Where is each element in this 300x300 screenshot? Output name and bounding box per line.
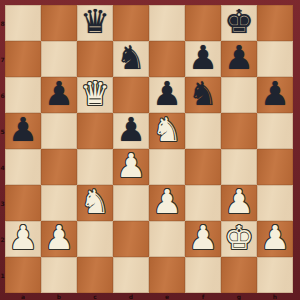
file-label-c: c xyxy=(77,293,113,300)
square-a8 xyxy=(5,5,41,41)
piece-black-queen-c8: ♛ xyxy=(80,4,110,40)
square-f3 xyxy=(185,185,221,221)
square-b8 xyxy=(41,5,77,41)
square-d5: ♟ xyxy=(113,113,149,149)
square-d2 xyxy=(113,221,149,257)
square-f4 xyxy=(185,149,221,185)
piece-black-knight-d7: ♞ xyxy=(116,40,146,76)
square-c8: ♛ xyxy=(77,5,113,41)
square-a5: ♟ xyxy=(5,113,41,149)
rank-label-1: 1 xyxy=(0,257,5,293)
square-e3: ♟ xyxy=(149,185,185,221)
piece-white-pawn-e3: ♟ xyxy=(152,184,182,220)
square-g1 xyxy=(221,257,257,293)
square-d1 xyxy=(113,257,149,293)
square-c3: ♞ xyxy=(77,185,113,221)
square-f1 xyxy=(185,257,221,293)
square-d6 xyxy=(113,77,149,113)
square-e7 xyxy=(149,41,185,77)
square-g2: ♚ xyxy=(221,221,257,257)
square-e2 xyxy=(149,221,185,257)
square-h7 xyxy=(257,41,293,77)
file-label-a: a xyxy=(5,293,41,300)
square-h6: ♟ xyxy=(257,77,293,113)
square-f7: ♟ xyxy=(185,41,221,77)
square-g3: ♟ xyxy=(221,185,257,221)
square-g6 xyxy=(221,77,257,113)
piece-white-pawn-a2: ♟ xyxy=(8,220,38,256)
square-d4: ♟ xyxy=(113,149,149,185)
piece-white-king-g2: ♚ xyxy=(224,220,254,256)
square-a2: ♟ xyxy=(5,221,41,257)
square-b1 xyxy=(41,257,77,293)
square-d7: ♞ xyxy=(113,41,149,77)
square-a4 xyxy=(5,149,41,185)
square-e6: ♟ xyxy=(149,77,185,113)
rank-label-8: 8 xyxy=(0,5,5,41)
square-a6 xyxy=(5,77,41,113)
square-a7 xyxy=(5,41,41,77)
file-label-b: b xyxy=(41,293,77,300)
piece-white-pawn-f2: ♟ xyxy=(188,220,218,256)
square-c1 xyxy=(77,257,113,293)
file-label-h: h xyxy=(257,293,293,300)
rank-label-6: 6 xyxy=(0,77,5,113)
square-b3 xyxy=(41,185,77,221)
square-b4 xyxy=(41,149,77,185)
square-e4 xyxy=(149,149,185,185)
square-c2 xyxy=(77,221,113,257)
piece-black-pawn-e6: ♟ xyxy=(152,76,182,112)
piece-white-pawn-b2: ♟ xyxy=(44,220,74,256)
file-label-f: f xyxy=(185,293,221,300)
square-e8 xyxy=(149,5,185,41)
square-a1 xyxy=(5,257,41,293)
square-c4 xyxy=(77,149,113,185)
piece-black-knight-f6: ♞ xyxy=(188,76,218,112)
piece-white-knight-e5: ♞ xyxy=(152,112,182,148)
piece-white-pawn-h2: ♟ xyxy=(260,220,290,256)
chess-board: ♛♚♞♟♟♟♛♟♞♟♟♟♞♟♞♟♟♟♟♟♚♟ xyxy=(5,5,293,293)
square-f8 xyxy=(185,5,221,41)
square-e5: ♞ xyxy=(149,113,185,149)
piece-white-pawn-g3: ♟ xyxy=(224,184,254,220)
piece-black-king-g8: ♚ xyxy=(224,4,254,40)
square-g5 xyxy=(221,113,257,149)
piece-black-pawn-b6: ♟ xyxy=(44,76,74,112)
square-c6: ♛ xyxy=(77,77,113,113)
file-label-d: d xyxy=(113,293,149,300)
square-h2: ♟ xyxy=(257,221,293,257)
rank-label-2: 2 xyxy=(0,221,5,257)
piece-black-pawn-f7: ♟ xyxy=(188,40,218,76)
piece-black-pawn-d5: ♟ xyxy=(116,112,146,148)
square-c7 xyxy=(77,41,113,77)
square-b7 xyxy=(41,41,77,77)
piece-black-pawn-a5: ♟ xyxy=(8,112,38,148)
square-b6: ♟ xyxy=(41,77,77,113)
piece-white-queen-c6: ♛ xyxy=(80,76,110,112)
square-a3 xyxy=(5,185,41,221)
square-h5 xyxy=(257,113,293,149)
square-g7: ♟ xyxy=(221,41,257,77)
file-labels: abcdefgh xyxy=(5,293,293,300)
piece-black-pawn-g7: ♟ xyxy=(224,40,254,76)
square-g8: ♚ xyxy=(221,5,257,41)
file-label-g: g xyxy=(221,293,257,300)
piece-black-pawn-h6: ♟ xyxy=(260,76,290,112)
rank-label-5: 5 xyxy=(0,113,5,149)
square-h8 xyxy=(257,5,293,41)
rank-labels: 87654321 xyxy=(0,5,5,293)
square-b2: ♟ xyxy=(41,221,77,257)
square-g4 xyxy=(221,149,257,185)
square-h1 xyxy=(257,257,293,293)
piece-white-knight-c3: ♞ xyxy=(80,184,110,220)
chess-diagram: ♛♚♞♟♟♟♛♟♞♟♟♟♞♟♞♟♟♟♟♟♚♟ 87654321 abcdefgh xyxy=(0,0,300,300)
square-c5 xyxy=(77,113,113,149)
square-d8 xyxy=(113,5,149,41)
square-h3 xyxy=(257,185,293,221)
square-f6: ♞ xyxy=(185,77,221,113)
square-f5 xyxy=(185,113,221,149)
piece-white-pawn-d4: ♟ xyxy=(116,148,146,184)
rank-label-3: 3 xyxy=(0,185,5,221)
square-e1 xyxy=(149,257,185,293)
square-b5 xyxy=(41,113,77,149)
square-d3 xyxy=(113,185,149,221)
rank-label-4: 4 xyxy=(0,149,5,185)
rank-label-7: 7 xyxy=(0,41,5,77)
square-h4 xyxy=(257,149,293,185)
file-label-e: e xyxy=(149,293,185,300)
square-f2: ♟ xyxy=(185,221,221,257)
